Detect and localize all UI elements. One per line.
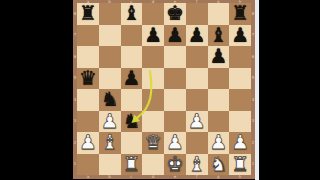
square-g1[interactable]: ♞ — [208, 154, 230, 176]
black-bishop: ♝ — [209, 24, 227, 45]
square-e7[interactable]: ♟ — [164, 25, 186, 47]
black-bishop: ♝ — [122, 3, 140, 24]
black-pawn: ♟ — [188, 24, 206, 45]
square-b6[interactable] — [99, 46, 121, 68]
black-knight: ♞ — [122, 110, 140, 131]
square-b7[interactable] — [99, 25, 121, 47]
black-pawn: ♟ — [209, 46, 227, 67]
square-d7[interactable]: ♟ — [142, 25, 164, 47]
square-a1[interactable] — [77, 154, 99, 176]
square-c3[interactable]: ♞ — [121, 111, 143, 133]
square-f5[interactable] — [186, 68, 208, 90]
white-bishop: ♝ — [188, 153, 206, 174]
square-c5[interactable]: ♟ — [121, 68, 143, 90]
square-g6[interactable]: ♟ — [208, 46, 230, 68]
square-a2[interactable]: ♟ — [77, 132, 99, 154]
square-b1[interactable] — [99, 154, 121, 176]
white-pawn: ♟ — [101, 110, 119, 131]
square-f1[interactable]: ♝ — [186, 154, 208, 176]
white-queen: ♛ — [144, 132, 162, 153]
square-c8[interactable]: ♝ — [121, 3, 143, 25]
square-d1[interactable] — [142, 154, 164, 176]
board-squares: ♜♝♚♜♟♟♟♝♟♟♛♟♞♟♞♟♟♝♛♟♟♟♜♚♝♞♜ — [77, 3, 251, 175]
white-pawn: ♟ — [231, 132, 249, 153]
square-f6[interactable] — [186, 46, 208, 68]
black-king: ♚ — [166, 3, 184, 24]
black-pawn: ♟ — [122, 67, 140, 88]
square-h1[interactable]: ♜ — [229, 154, 251, 176]
square-a7[interactable] — [77, 25, 99, 47]
square-c7[interactable] — [121, 25, 143, 47]
square-g4[interactable] — [208, 89, 230, 111]
page-edge-strip — [255, 0, 259, 180]
white-bishop: ♝ — [101, 132, 119, 153]
white-rook: ♜ — [231, 153, 249, 174]
black-pawn: ♟ — [144, 24, 162, 45]
square-h4[interactable] — [229, 89, 251, 111]
square-e4[interactable] — [164, 89, 186, 111]
square-e6[interactable] — [164, 46, 186, 68]
black-pawn: ♟ — [231, 24, 249, 45]
square-h6[interactable] — [229, 46, 251, 68]
chess-board: abcdefgh 87654321 87654321 ♜♝♚♜♟♟♟♝♟♟♛♟♞… — [73, 0, 255, 180]
black-queen: ♛ — [79, 67, 97, 88]
square-a5[interactable]: ♛ — [77, 68, 99, 90]
black-pawn: ♟ — [166, 24, 184, 45]
white-rook: ♜ — [122, 153, 140, 174]
square-a4[interactable] — [77, 89, 99, 111]
black-knight: ♞ — [101, 89, 119, 110]
square-d5[interactable] — [142, 68, 164, 90]
black-rook: ♜ — [231, 3, 249, 24]
white-pawn: ♟ — [166, 132, 184, 153]
white-pawn: ♟ — [79, 132, 97, 153]
square-h5[interactable] — [229, 68, 251, 90]
square-f3[interactable]: ♟ — [186, 111, 208, 133]
video-frame: abcdefgh 87654321 87654321 ♜♝♚♜♟♟♟♝♟♟♛♟♞… — [0, 0, 320, 180]
square-e1[interactable]: ♚ — [164, 154, 186, 176]
white-knight: ♞ — [209, 153, 227, 174]
square-f7[interactable]: ♟ — [186, 25, 208, 47]
white-king: ♚ — [166, 153, 184, 174]
black-rook: ♜ — [79, 3, 97, 24]
square-h7[interactable]: ♟ — [229, 25, 251, 47]
square-d2[interactable]: ♛ — [142, 132, 164, 154]
square-g5[interactable] — [208, 68, 230, 90]
letterbox-bottom — [73, 179, 255, 180]
square-e5[interactable] — [164, 68, 186, 90]
square-d6[interactable] — [142, 46, 164, 68]
square-a8[interactable]: ♜ — [77, 3, 99, 25]
square-c1[interactable]: ♜ — [121, 154, 143, 176]
white-pawn: ♟ — [188, 110, 206, 131]
square-b8[interactable] — [99, 3, 121, 25]
square-b2[interactable]: ♝ — [99, 132, 121, 154]
square-d4[interactable] — [142, 89, 164, 111]
white-pawn: ♟ — [209, 132, 227, 153]
